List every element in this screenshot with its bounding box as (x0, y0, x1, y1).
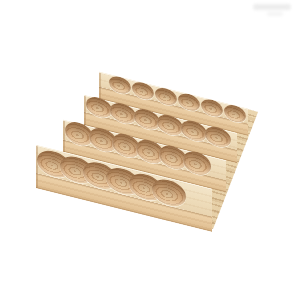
rack-tiers (0, 0, 300, 300)
wooden-tiered-pit-board (0, 0, 300, 300)
product-photo-scene (0, 0, 300, 300)
